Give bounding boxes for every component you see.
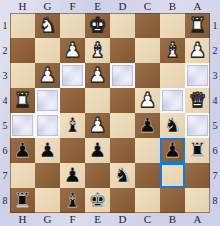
square-e5[interactable]: ♟ [85,113,110,138]
file-label-top-g: G [35,0,60,13]
file-label-top-a: A [185,0,210,13]
square-g8[interactable] [35,188,60,213]
square-g4[interactable] [35,88,60,113]
white-pawn[interactable]: ♟ [89,65,107,85]
square-h4[interactable]: ♜ [10,88,35,113]
square-a5[interactable] [185,113,210,138]
white-pawn[interactable]: ♟ [189,40,207,60]
rank-label-left-4: 4 [0,88,10,113]
rank-label-left-3: 3 [0,63,10,88]
white-rook[interactable]: ♜ [189,15,207,35]
square-a8[interactable] [185,188,210,213]
square-f6[interactable] [60,138,85,163]
square-b1[interactable] [160,13,185,38]
square-d6[interactable] [110,138,135,163]
square-c5[interactable]: ♟ [135,113,160,138]
rank-label-right-5: 5 [210,113,220,138]
square-g5[interactable] [35,113,60,138]
square-b3[interactable] [160,63,185,88]
square-e6[interactable]: ♟ [85,138,110,163]
file-label-top-c: C [135,0,160,13]
chess-board-grid: HGFEDCBA1♞♚♜12♟♝♝♟23♟♟34♜♟♛45♝♟♟♞56♟♟♟♟♜… [0,0,220,226]
black-knight[interactable]: ♞ [164,115,182,135]
square-a7[interactable] [185,163,210,188]
file-label-bottom-c: C [135,213,160,226]
white-rook[interactable]: ♜ [14,90,32,110]
square-f7[interactable]: ♟ [60,163,85,188]
rank-label-left-5: 5 [0,113,10,138]
white-bishop[interactable]: ♝ [164,40,182,60]
white-pawn[interactable]: ♟ [139,90,157,110]
square-g7[interactable] [35,163,60,188]
rank-label-right-6: 6 [210,138,220,163]
square-e8[interactable]: ♚ [85,188,110,213]
chess-board-widget: HGFEDCBA1♞♚♜12♟♝♝♟23♟♟34♜♟♛45♝♟♟♞56♟♟♟♟♜… [0,0,220,226]
black-rook[interactable]: ♜ [189,140,207,160]
square-a2[interactable]: ♟ [185,38,210,63]
rank-label-right-3: 3 [210,63,220,88]
square-h3[interactable] [10,63,35,88]
square-d7[interactable]: ♞ [110,163,135,188]
file-label-top-h: H [10,0,35,13]
file-label-top-f: F [60,0,85,13]
black-pawn[interactable]: ♟ [139,115,157,135]
file-label-bottom-e: E [85,213,110,226]
square-g1[interactable]: ♞ [35,13,60,38]
square-c4[interactable]: ♟ [135,88,160,113]
white-pawn[interactable]: ♟ [64,40,82,60]
board-corner-spacer [210,213,220,226]
square-c1[interactable] [135,13,160,38]
square-e7[interactable] [85,163,110,188]
black-pawn[interactable]: ♟ [89,140,107,160]
rank-label-right-2: 2 [210,38,220,63]
square-a1[interactable]: ♜ [185,13,210,38]
file-label-bottom-b: B [160,213,185,226]
file-label-bottom-g: G [35,213,60,226]
black-pawn[interactable]: ♟ [64,165,82,185]
square-c3[interactable] [135,63,160,88]
square-c8[interactable] [135,188,160,213]
black-pawn[interactable]: ♟ [39,140,57,160]
square-c6[interactable] [135,138,160,163]
square-h8[interactable]: ♜ [10,188,35,213]
square-f4[interactable] [60,88,85,113]
square-b8[interactable] [160,188,185,213]
square-h1[interactable] [10,13,35,38]
black-rook[interactable]: ♜ [14,190,32,210]
square-d2[interactable] [110,38,135,63]
square-h6[interactable]: ♟ [10,138,35,163]
square-h7[interactable] [10,163,35,188]
square-f1[interactable] [60,13,85,38]
square-e4[interactable] [85,88,110,113]
rank-label-left-6: 6 [0,138,10,163]
file-label-top-b: B [160,0,185,13]
rank-label-right-8: 8 [210,188,220,213]
white-queen[interactable]: ♛ [189,90,207,110]
square-g3[interactable]: ♟ [35,63,60,88]
square-b7[interactable] [160,163,185,188]
square-c7[interactable] [135,163,160,188]
square-b2[interactable]: ♝ [160,38,185,63]
white-pawn[interactable]: ♟ [89,115,107,135]
file-label-bottom-f: F [60,213,85,226]
square-h5[interactable] [10,113,35,138]
board-corner-spacer [0,213,10,226]
square-f8[interactable]: ♝ [60,188,85,213]
square-f3[interactable] [60,63,85,88]
square-a3[interactable] [185,63,210,88]
white-pawn[interactable]: ♟ [39,65,57,85]
black-bishop[interactable]: ♝ [64,190,82,210]
square-a4[interactable]: ♛ [185,88,210,113]
black-knight[interactable]: ♞ [114,165,132,185]
square-e1[interactable]: ♚ [85,13,110,38]
square-g2[interactable] [35,38,60,63]
square-d8[interactable] [110,188,135,213]
square-c2[interactable] [135,38,160,63]
white-king[interactable]: ♚ [89,15,107,35]
square-h2[interactable] [10,38,35,63]
board-corner-spacer [210,0,220,13]
file-label-bottom-d: D [110,213,135,226]
rank-label-right-4: 4 [210,88,220,113]
white-knight[interactable]: ♞ [39,15,57,35]
square-e2[interactable]: ♝ [85,38,110,63]
square-d5[interactable] [110,113,135,138]
file-label-bottom-a: A [185,213,210,226]
square-b4[interactable] [160,88,185,113]
square-f5[interactable]: ♝ [60,113,85,138]
rank-label-left-8: 8 [0,188,10,213]
square-b6[interactable]: ♟ [160,138,185,163]
board-corner-spacer [0,0,10,13]
square-a6[interactable]: ♜ [185,138,210,163]
file-label-top-e: E [85,0,110,13]
rank-label-left-2: 2 [0,38,10,63]
file-label-bottom-h: H [10,213,35,226]
rank-label-left-7: 7 [0,163,10,188]
square-d1[interactable] [110,13,135,38]
black-king[interactable]: ♚ [89,190,107,210]
file-label-top-d: D [110,0,135,13]
black-pawn[interactable]: ♟ [164,140,182,160]
rank-label-right-7: 7 [210,163,220,188]
rank-label-left-1: 1 [0,13,10,38]
rank-label-right-1: 1 [210,13,220,38]
black-pawn[interactable]: ♟ [14,140,32,160]
square-f2[interactable]: ♟ [60,38,85,63]
square-d4[interactable] [110,88,135,113]
square-b5[interactable]: ♞ [160,113,185,138]
square-g6[interactable]: ♟ [35,138,60,163]
square-e3[interactable]: ♟ [85,63,110,88]
square-d3[interactable] [110,63,135,88]
black-bishop[interactable]: ♝ [64,115,82,135]
white-bishop[interactable]: ♝ [89,40,107,60]
